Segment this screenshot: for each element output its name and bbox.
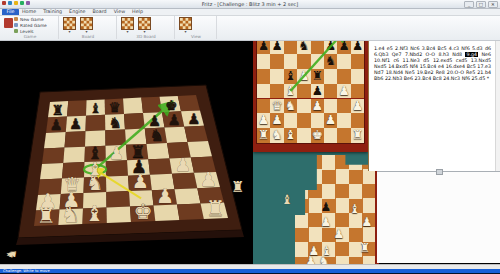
ribbon-tabs: HomeTrainingEngineBoardViewHelp — [22, 8, 143, 15]
square-h1[interactable]: ♜ — [351, 128, 364, 143]
square3d-e8[interactable] — [123, 98, 143, 114]
square-c3[interactable]: ♞ — [284, 99, 297, 114]
piece3d-white-r-h1[interactable]: ♜ — [206, 196, 225, 221]
piece3d-white-p-h3[interactable]: ♟ — [200, 168, 217, 191]
square-g2[interactable] — [337, 113, 350, 128]
square-f4[interactable] — [324, 84, 337, 99]
3d-board-icon-0[interactable]: ▾ — [122, 18, 133, 34]
button-label: Levels — [20, 29, 34, 34]
board-thumbnail-icon — [81, 18, 92, 29]
tab-help[interactable]: Help — [132, 8, 143, 15]
square3d-g3[interactable] — [172, 173, 197, 189]
square-e2[interactable] — [311, 113, 324, 128]
piece-black-n-d7[interactable]: ♞ — [297, 39, 310, 54]
square-h2[interactable] — [351, 113, 364, 128]
piece3d-white-b-c1[interactable]: ♝ — [85, 201, 104, 226]
glitch-piece-black-p: ♟ — [319, 201, 333, 213]
piece3d-black-n-d7[interactable]: ♞ — [109, 114, 122, 131]
square-h5[interactable] — [351, 69, 364, 84]
button-label: New Game — [20, 17, 44, 22]
ribbon-group-view: View▾ — [176, 15, 217, 39]
piece-black-p-b7[interactable]: ♟ — [270, 39, 283, 54]
board-icon-0[interactable]: ▾ — [64, 18, 75, 34]
piece3d-white-k-e1[interactable]: ♚ — [133, 199, 152, 224]
ribbon-tab-strip: File HomeTrainingEngineBoardViewHelp — [0, 8, 500, 16]
stray-piece-r: ♜ — [231, 178, 244, 196]
square-a2[interactable]: ♟ — [257, 113, 270, 128]
square-f1[interactable] — [324, 128, 337, 143]
piece-white-n-b1[interactable]: ♞ — [270, 128, 283, 143]
square-d6[interactable] — [297, 54, 310, 69]
button-icon — [14, 29, 18, 33]
square3d-f4[interactable] — [148, 158, 172, 174]
square-e5[interactable]: ♜ — [311, 69, 324, 84]
square-g1[interactable] — [337, 128, 350, 143]
board-icon-1[interactable]: ▾ — [81, 18, 92, 34]
square3d-g2[interactable] — [175, 188, 201, 204]
square-e6[interactable] — [311, 54, 324, 69]
app-window: Fritz - [Challenge : Blitz 3 min + 2 sec… — [0, 0, 500, 274]
square3d-b6[interactable] — [65, 131, 86, 147]
piece-white-r-a1[interactable]: ♜ — [257, 128, 270, 143]
piece3d-white-p-f2[interactable]: ♟ — [156, 184, 174, 208]
square-f3[interactable] — [324, 99, 337, 114]
button-icon — [14, 23, 18, 27]
glitch-piece-white-p: ♟ — [360, 216, 374, 228]
piece3d-white-n-b1[interactable]: ♞ — [61, 202, 80, 227]
piece-white-p-b2[interactable]: ♟ — [270, 113, 283, 128]
piece-white-q-b3[interactable]: ♛ — [270, 99, 283, 114]
square-g6[interactable] — [337, 54, 350, 69]
button-icon — [14, 17, 18, 21]
piece3d-white-p-e3[interactable]: ♟ — [132, 170, 149, 193]
square-f2[interactable]: ♟ — [324, 113, 337, 128]
piece-black-n-f6[interactable]: ♞ — [324, 54, 337, 69]
square-g5[interactable] — [337, 69, 350, 84]
3d-board-icon-1[interactable]: ▾ — [139, 18, 150, 34]
square-d2[interactable] — [297, 113, 310, 128]
board-thumbnail-icon — [139, 18, 150, 29]
square3d-b8[interactable] — [67, 100, 87, 116]
square-b4[interactable] — [270, 84, 283, 99]
square-d3[interactable] — [297, 99, 310, 114]
square-b6[interactable] — [270, 54, 283, 69]
chevron-down-icon: ▾ — [64, 29, 75, 34]
square-e3[interactable]: ♟ — [311, 99, 324, 114]
square3d-h5[interactable] — [188, 141, 213, 157]
piece-white-k-e1[interactable]: ♚ — [311, 128, 324, 143]
button-label: Rated Game — [20, 23, 47, 28]
ribbon-group-label: Board — [60, 34, 116, 39]
square-h7[interactable]: ♟ — [351, 39, 364, 54]
square-b1[interactable]: ♞ — [270, 128, 283, 143]
square3d-d4[interactable] — [106, 160, 128, 176]
piece3d-black-p-b7[interactable]: ♟ — [69, 115, 82, 132]
tab-view[interactable]: View — [114, 8, 125, 15]
close-button[interactable]: ✕ — [488, 1, 498, 8]
square-c7[interactable] — [284, 39, 297, 54]
piece-black-p-f7[interactable]: ♟ — [324, 39, 337, 54]
piece-black-p-a7[interactable]: ♟ — [257, 39, 270, 54]
piece-white-n-c3[interactable]: ♞ — [284, 99, 297, 114]
tab-home[interactable]: Home — [22, 8, 36, 15]
square-a4[interactable] — [257, 84, 270, 99]
stray-piece-b: ♝ — [281, 192, 293, 207]
view-icon-0[interactable]: ▾ — [180, 18, 191, 34]
square3d-a5[interactable] — [42, 148, 65, 164]
file-menu-button[interactable]: File — [2, 8, 19, 15]
piece3d-white-n-c3[interactable]: ♞ — [86, 172, 103, 195]
board-thumbnail-icon — [64, 18, 75, 29]
square3d-h6[interactable] — [184, 126, 208, 142]
ribbon-group-label: Game — [2, 34, 58, 39]
square-d1[interactable] — [297, 128, 310, 143]
ribbon-group-3d-board: 3D Board▾▾ — [118, 15, 175, 39]
square-b2[interactable]: ♟ — [270, 113, 283, 128]
ribbon-group-game: GameNew GameRated GameLevels — [2, 15, 59, 39]
square-b3[interactable]: ♛ — [270, 99, 283, 114]
piece-black-p-e4[interactable]: ♟ — [311, 84, 324, 99]
chevron-down-icon: ▾ — [139, 29, 150, 34]
glitch-piece-white-r: ♜ — [358, 242, 372, 254]
square3d-a4[interactable] — [40, 163, 63, 179]
chevron-down-icon: ▾ — [122, 29, 133, 34]
piece3d-black-p-a7[interactable]: ♟ — [49, 116, 62, 133]
stack-buttons: New GameRated GameLevels — [14, 16, 47, 34]
ribbon-group-board: Board▾▾ — [60, 15, 117, 39]
piece-white-b-c4[interactable]: ♝ — [284, 84, 297, 99]
icon-row: ▾▾ — [64, 18, 92, 34]
tab-training[interactable]: Training — [43, 8, 62, 15]
square-e4[interactable]: ♟ — [311, 84, 324, 99]
square-h3[interactable]: ♟ — [351, 99, 364, 114]
square-d7[interactable]: ♞ — [297, 39, 310, 54]
window-title: Fritz - [Challenge : Blitz 3 min + 2 sec… — [0, 1, 500, 7]
piece-white-p-f2[interactable]: ♟ — [324, 113, 337, 128]
square-c2[interactable] — [284, 113, 297, 128]
piece-black-b-c5[interactable]: ♝ — [284, 69, 297, 84]
title-bar: Fritz - [Challenge : Blitz 3 min + 2 sec… — [0, 0, 500, 9]
square-d4[interactable] — [297, 84, 310, 99]
piece3d-black-b-c8[interactable]: ♝ — [89, 100, 101, 116]
square-f7[interactable]: ♟ — [324, 39, 337, 54]
square3d-f8[interactable] — [141, 97, 162, 113]
stray-piece-n: ♞ — [4, 247, 20, 260]
piece-black-p-h7[interactable]: ♟ — [351, 39, 364, 54]
piece3d-black-p-h7[interactable]: ♟ — [187, 110, 200, 127]
ribbon-group-label: 3D Board — [118, 34, 174, 39]
notation-scrollbar[interactable] — [495, 21, 500, 171]
square-e7[interactable] — [311, 39, 324, 54]
board-thumbnail-icon — [122, 18, 133, 29]
new-game-icon[interactable] — [4, 18, 13, 28]
window-controls: _ □ ✕ — [464, 1, 498, 8]
square3d-g1[interactable] — [177, 204, 204, 220]
piece-white-p-e3[interactable]: ♟ — [311, 99, 324, 114]
square3d-a6[interactable] — [44, 132, 66, 148]
piece3d-black-n-f6[interactable]: ♞ — [150, 126, 164, 145]
icon-row: ▾▾ — [122, 18, 150, 34]
square-e1[interactable]: ♚ — [311, 128, 324, 143]
square-b7[interactable]: ♟ — [270, 39, 283, 54]
glitch-piece-white-p: ♟ — [332, 228, 346, 240]
piece-white-b-c1[interactable]: ♝ — [284, 128, 297, 143]
square3d-d2[interactable] — [106, 191, 130, 207]
square-c4[interactable]: ♝ — [284, 84, 297, 99]
ribbon: GameNew GameRated GameLevelsBoard▾▾3D Bo… — [0, 15, 500, 41]
square-a6[interactable] — [257, 54, 270, 69]
panel-divider-handle[interactable] — [436, 169, 443, 175]
square3d-g6[interactable] — [165, 127, 188, 143]
square-h4[interactable] — [351, 84, 364, 99]
piece-white-p-g4[interactable]: ♟ — [337, 84, 350, 99]
minimize-button[interactable]: _ — [464, 1, 474, 8]
square-a5[interactable] — [257, 69, 270, 84]
piece3d-black-p-g7[interactable]: ♟ — [168, 111, 181, 128]
square-f6[interactable]: ♞ — [324, 54, 337, 69]
square-g3[interactable] — [337, 99, 350, 114]
piece3d-white-p-g4[interactable]: ♟ — [175, 154, 191, 175]
square3d-b5[interactable] — [63, 147, 85, 163]
piece3d-white-p-d5[interactable]: ♟ — [109, 143, 124, 163]
chevron-down-icon: ▾ — [81, 29, 92, 34]
square-a7[interactable]: ♟ — [257, 39, 270, 54]
piece-black-r-e5[interactable]: ♜ — [311, 69, 324, 84]
square3d-e7[interactable] — [124, 113, 145, 129]
glitch-piece-white-b: ♝ — [348, 203, 362, 215]
tab-board[interactable]: Board — [93, 8, 107, 15]
square-a1[interactable]: ♜ — [257, 128, 270, 143]
square-g4[interactable]: ♟ — [337, 84, 350, 99]
maximize-button[interactable]: □ — [476, 1, 486, 8]
piece3d-white-r-a1[interactable]: ♜ — [37, 203, 56, 228]
square-a3[interactable] — [257, 99, 270, 114]
square3d-d1[interactable] — [107, 207, 132, 223]
square-c1[interactable]: ♝ — [284, 128, 297, 143]
square-g7[interactable]: ♟ — [337, 39, 350, 54]
button-levels[interactable]: Levels — [14, 28, 47, 34]
board-2d[interactable]: ♜♝♛♚♟♟♞♟♟♟♞♝♟♜♝♟♟♛♞♟♟♟♟♟♜♞♝♚♜ — [257, 24, 364, 143]
board-3d[interactable]: ♜♝♛♚♟♟♞♟♟♟♞♝♟♜♝♟♟♛♞♟♟♟♟♟♜♞♝♚♜ — [0, 40, 253, 264]
analysis-panel — [377, 172, 500, 263]
current-move[interactable]: 9.g4 — [465, 52, 478, 57]
piece-white-p-h3[interactable]: ♟ — [351, 99, 364, 114]
piece-black-p-g7[interactable]: ♟ — [337, 39, 350, 54]
square3d-c7[interactable] — [86, 115, 106, 131]
square-h6[interactable] — [351, 54, 364, 69]
piece-white-r-h1[interactable]: ♜ — [351, 128, 364, 143]
square-c5[interactable]: ♝ — [284, 69, 297, 84]
tab-engine[interactable]: Engine — [69, 8, 85, 15]
square-c6[interactable] — [284, 54, 297, 69]
ribbon-group-label: View — [176, 34, 216, 39]
icon-row: ▾ — [180, 18, 191, 34]
square-b5[interactable] — [270, 69, 283, 84]
piece-white-p-d5[interactable]: ♟ — [297, 69, 310, 84]
square-d5[interactable]: ♟ — [297, 69, 310, 84]
glitch-piece-white-p: ♟ — [319, 216, 333, 228]
board-thumbnail-icon — [180, 18, 191, 29]
piece-white-p-a2[interactable]: ♟ — [257, 113, 270, 128]
square-f5[interactable] — [324, 69, 337, 84]
square3d-f5[interactable] — [147, 143, 170, 159]
move-list[interactable]: 1.e4 e5 2.Nf3 Nc6 3.Bc4 Bc5 4.c3 Nf6 5.d… — [374, 46, 491, 82]
chevron-down-icon: ▾ — [180, 29, 191, 34]
board-3d-area[interactable]: ♜♝♛♚♟♟♞♟♟♟♞♝♟♜♝♟♟♛♞♟♟♟♟♟♜♞♝♚♜ — [0, 40, 253, 264]
